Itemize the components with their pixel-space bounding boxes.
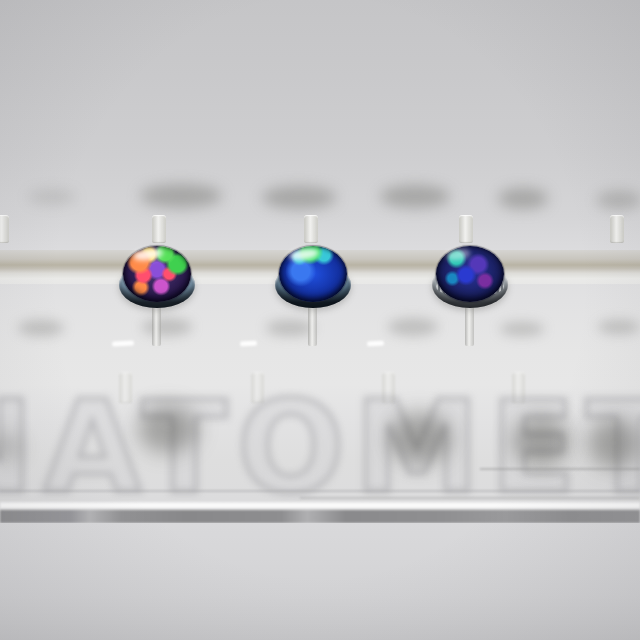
opal-jewelry-end-right <box>432 246 508 350</box>
blur-smudge <box>388 412 452 464</box>
acrylic-peg <box>152 215 166 243</box>
acrylic-seam-line <box>0 490 640 492</box>
threaded-post <box>308 306 317 346</box>
blur-smudge <box>588 418 640 468</box>
base-edge-shadow <box>0 510 640 523</box>
base-front-face <box>0 523 640 640</box>
bokeh-smudge <box>380 185 450 208</box>
acrylic-peg <box>304 215 318 243</box>
soft-shadow <box>598 320 640 334</box>
opal-gem <box>436 246 504 302</box>
acrylic-seam-line <box>480 468 640 470</box>
threaded-post <box>152 306 161 346</box>
acrylic-peg <box>610 215 624 243</box>
opal-jewelry-end-center <box>275 246 351 350</box>
opal-gem <box>279 246 347 302</box>
shelf-highlight <box>367 341 384 347</box>
soft-shadow <box>388 318 438 336</box>
opal-jewelry-end-left <box>119 246 195 350</box>
soft-shadow <box>18 320 64 336</box>
bokeh-smudge <box>28 190 76 204</box>
base-edge-highlight <box>0 502 640 509</box>
blur-smudge <box>512 415 570 467</box>
bokeh-smudge <box>498 188 548 209</box>
blur-smudge <box>138 405 198 453</box>
bokeh-smudge <box>140 184 222 208</box>
photo-scene: NATOMET <box>0 0 640 640</box>
threaded-post <box>465 306 474 346</box>
shelf-highlight <box>240 341 257 347</box>
acrylic-peg <box>0 215 9 243</box>
opal-gem <box>123 246 191 302</box>
bokeh-smudge <box>262 186 336 209</box>
acrylic-peg <box>459 215 473 243</box>
bokeh-smudge <box>596 191 640 209</box>
acrylic-seam-line <box>300 497 640 499</box>
